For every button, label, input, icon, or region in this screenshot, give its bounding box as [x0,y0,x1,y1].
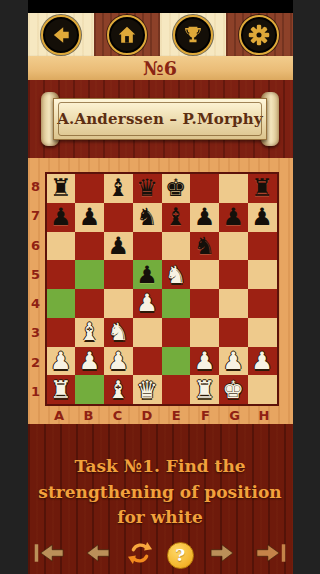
file-label-a: A [45,406,74,424]
square-f7[interactable]: ♟ [190,203,219,232]
square-g1[interactable]: ♚ [219,375,248,404]
question-icon: ? [167,542,194,569]
square-b8[interactable] [75,174,104,203]
square-g6[interactable] [219,232,248,261]
refresh-icon [126,539,154,571]
square-d5[interactable]: ♟ [133,260,162,289]
piece-wp-g2: ♟ [223,349,245,373]
square-d6[interactable] [133,232,162,261]
task-text: Task №1. Find the strengthening of posit… [36,454,285,531]
file-label-e: E [162,406,191,424]
square-e5[interactable]: ♞ [162,260,191,289]
piece-wn-e5: ♞ [165,263,187,287]
square-a4[interactable] [47,289,76,318]
square-b6[interactable] [75,232,104,261]
piece-bp-d5: ♟ [136,263,158,287]
square-d1[interactable]: ♛ [133,375,162,404]
square-d7[interactable]: ♞ [133,203,162,232]
square-h7[interactable]: ♟ [248,203,277,232]
toolbar [28,13,293,56]
square-h6[interactable] [248,232,277,261]
square-g2[interactable]: ♟ [219,347,248,376]
piece-bk-e8: ♚ [165,176,187,200]
square-f1[interactable]: ♜ [190,375,219,404]
square-e7[interactable]: ♝ [162,203,191,232]
piece-bq-d8: ♛ [136,176,158,200]
trophy-button[interactable] [173,15,213,55]
home-icon [116,24,138,46]
square-c2[interactable]: ♟ [104,347,133,376]
square-c5[interactable] [104,260,133,289]
square-h3[interactable] [248,318,277,347]
piece-wb-b3: ♝ [79,320,101,344]
piece-bp-f7: ♟ [194,205,216,229]
square-a3[interactable] [47,318,76,347]
piece-bp-g7: ♟ [223,205,245,229]
piece-wp-c2: ♟ [108,349,130,373]
square-c4[interactable] [104,289,133,318]
file-labels: ABCDEFGH [45,406,279,424]
piece-wp-f2: ♟ [194,349,216,373]
square-h5[interactable] [248,260,277,289]
piece-bb-e7: ♝ [165,205,187,229]
piece-bp-h7: ♟ [251,205,273,229]
square-b5[interactable] [75,260,104,289]
square-a7[interactable]: ♟ [47,203,76,232]
square-g5[interactable] [219,260,248,289]
square-c1[interactable]: ♝ [104,375,133,404]
piece-br-h8: ♜ [251,176,273,200]
piece-wn-c3: ♞ [108,320,130,344]
scroll-body: A.Anderssen – P.Morphy [53,98,267,140]
square-a5[interactable] [47,260,76,289]
toolbar-panel [226,13,292,56]
square-f3[interactable] [190,318,219,347]
skip-to-start-button[interactable] [30,539,70,571]
piece-wp-d4: ♟ [136,291,158,315]
piece-wr-a1: ♜ [50,378,72,402]
piece-bn-d7: ♞ [136,205,158,229]
nav-bar: ? [28,539,293,571]
square-c8[interactable]: ♝ [104,174,133,203]
square-f8[interactable] [190,174,219,203]
rank-label-8: 8 [28,172,44,201]
square-f6[interactable]: ♞ [190,232,219,261]
rank-label-3: 3 [28,318,44,347]
puzzle-number-band: №6 [28,56,293,80]
piece-br-a8: ♜ [50,176,72,200]
piece-wp-h2: ♟ [251,349,273,373]
toolbar-panel [28,13,94,56]
players-scroll: A.Anderssen – P.Morphy [41,96,279,142]
square-d4[interactable]: ♟ [133,289,162,318]
file-label-c: C [103,406,132,424]
square-f5[interactable] [190,260,219,289]
banner-section: A.Anderssen – P.Morphy [28,80,293,158]
piece-wp-b2: ♟ [79,349,101,373]
file-label-g: G [220,406,249,424]
settings-button[interactable] [239,15,279,55]
back-button[interactable] [41,15,81,55]
piece-bp-c6: ♟ [108,234,130,258]
toolbar-panel [94,13,160,56]
square-h2[interactable]: ♟ [248,347,277,376]
gear-icon [248,24,270,46]
piece-wp-a2: ♟ [50,349,72,373]
square-h1[interactable] [248,375,277,404]
skip-end-icon [250,541,290,569]
piece-wq-d1: ♛ [136,378,158,402]
square-e8[interactable]: ♚ [162,174,191,203]
arrow-next-icon [206,541,238,569]
square-b2[interactable]: ♟ [75,347,104,376]
square-e4[interactable] [162,289,191,318]
arrow-left-icon [50,24,72,46]
toolbar-panel [160,13,226,56]
square-b1[interactable] [75,375,104,404]
skip-start-icon [30,541,70,569]
rank-label-7: 7 [28,201,44,230]
square-d3[interactable] [133,318,162,347]
square-f2[interactable]: ♟ [190,347,219,376]
app-screen: №6 A.Anderssen – P.Morphy 87654321 ♜♝♛♚♜… [28,0,293,574]
board-grid: ♜♝♛♚♜♟♟♞♝♟♟♟♟♞♟♞♟♝♞♟♟♟♟♟♟♜♝♛♜♚ [45,172,279,406]
status-bar [28,0,293,13]
square-e2[interactable] [162,347,191,376]
board-frame: 87654321 ♜♝♛♚♜♟♟♞♝♟♟♟♟♞♟♞♟♝♞♟♟♟♟♟♟♜♝♛♜♚ … [28,158,293,424]
square-a6[interactable] [47,232,76,261]
square-g7[interactable]: ♟ [219,203,248,232]
players-names: A.Anderssen – P.Morphy [57,110,263,128]
piece-wr-f1: ♜ [194,378,216,402]
previous-button[interactable] [82,539,114,571]
piece-bp-a7: ♟ [50,205,72,229]
piece-wk-g1: ♚ [223,378,245,402]
rank-label-4: 4 [28,289,44,318]
next-button[interactable] [206,539,238,571]
rank-label-2: 2 [28,348,44,377]
square-d2[interactable] [133,347,162,376]
square-g4[interactable] [219,289,248,318]
square-e3[interactable] [162,318,191,347]
square-h4[interactable] [248,289,277,318]
puzzle-number: №6 [143,57,177,79]
square-b4[interactable] [75,289,104,318]
skip-to-end-button[interactable] [250,539,290,571]
rank-label-5: 5 [28,260,44,289]
square-e6[interactable] [162,232,191,261]
arrow-prev-icon [82,541,114,569]
hint-button[interactable]: ? [167,539,194,571]
square-h8[interactable]: ♜ [248,174,277,203]
rank-labels: 87654321 [28,172,44,406]
square-a1[interactable]: ♜ [47,375,76,404]
file-label-d: D [132,406,161,424]
square-a2[interactable]: ♟ [47,347,76,376]
piece-wb-c1: ♝ [108,378,130,402]
square-g3[interactable] [219,318,248,347]
square-a8[interactable]: ♜ [47,174,76,203]
square-b7[interactable]: ♟ [75,203,104,232]
home-button[interactable] [107,15,147,55]
rank-label-6: 6 [28,231,44,260]
file-label-h: H [249,406,278,424]
task-section: Task №1. Find the strengthening of posit… [28,424,293,574]
file-label-b: B [74,406,103,424]
trophy-icon [182,24,204,46]
piece-bb-c8: ♝ [108,176,130,200]
piece-bn-f6: ♞ [194,234,216,258]
square-e1[interactable] [162,375,191,404]
square-g8[interactable] [219,174,248,203]
square-d8[interactable]: ♛ [133,174,162,203]
rank-label-1: 1 [28,377,44,406]
piece-bp-b7: ♟ [79,205,101,229]
square-c7[interactable] [104,203,133,232]
square-c6[interactable]: ♟ [104,232,133,261]
square-f4[interactable] [190,289,219,318]
square-c3[interactable]: ♞ [104,318,133,347]
restart-button[interactable] [126,539,154,571]
file-label-f: F [191,406,220,424]
square-b3[interactable]: ♝ [75,318,104,347]
